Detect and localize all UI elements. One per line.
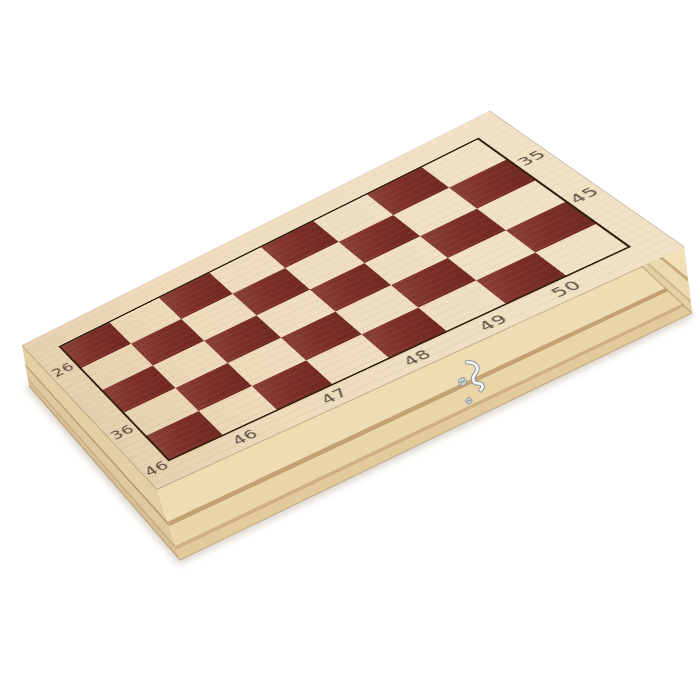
product-photo-stage: 26364635454647484950 [0,0,700,700]
edge-number-label: 35 [514,148,551,169]
edge-number-label: 26 [49,360,78,379]
